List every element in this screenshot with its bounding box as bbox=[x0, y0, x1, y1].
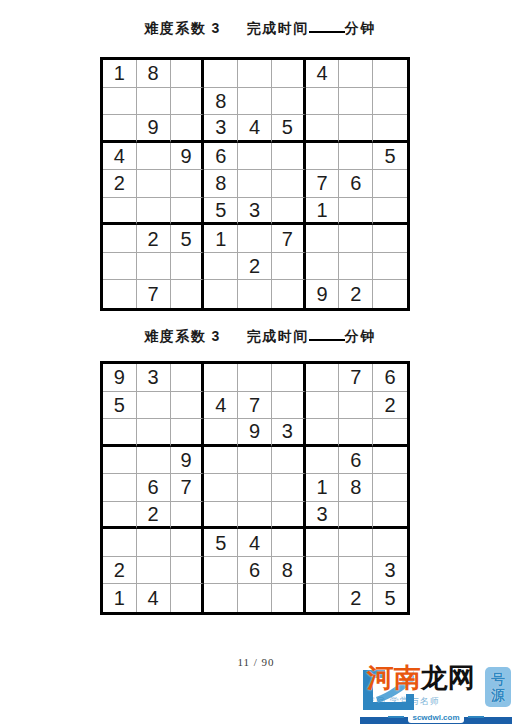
cell-r9c8: 2 bbox=[339, 280, 373, 308]
cell-r3c3 bbox=[171, 419, 205, 447]
cell-r5c5 bbox=[238, 474, 272, 502]
cell-r7c7 bbox=[306, 225, 340, 253]
cell-r3c9 bbox=[373, 419, 407, 447]
time-blank-line bbox=[309, 18, 345, 33]
cell-r9c7: 9 bbox=[306, 280, 340, 308]
cell-r1c6 bbox=[272, 60, 306, 88]
cell-r8c9 bbox=[373, 253, 407, 281]
cell-r2c5 bbox=[238, 88, 272, 116]
cell-r5c6 bbox=[272, 170, 306, 198]
cell-r1c3 bbox=[171, 60, 205, 88]
watermark-domain: scwdwl.com bbox=[408, 712, 463, 723]
cell-r2c6 bbox=[272, 392, 306, 420]
cell-r2c6 bbox=[272, 88, 306, 116]
cell-r4c8 bbox=[339, 143, 373, 171]
cell-r3c4: 3 bbox=[204, 115, 238, 143]
brand-second: 龙网 bbox=[421, 663, 475, 693]
cell-r5c9 bbox=[373, 170, 407, 198]
cell-r3c9 bbox=[373, 115, 407, 143]
cell-r2c2 bbox=[137, 88, 171, 116]
cell-r8c5: 2 bbox=[238, 253, 272, 281]
cell-r6c3 bbox=[171, 502, 205, 530]
cell-r2c5: 7 bbox=[238, 392, 272, 420]
cell-r7c8 bbox=[339, 529, 373, 557]
cell-r4c3: 9 bbox=[171, 143, 205, 171]
cell-r5c7: 7 bbox=[306, 170, 340, 198]
cell-r1c5 bbox=[238, 60, 272, 88]
cell-r1c9 bbox=[373, 60, 407, 88]
cell-r7c4: 5 bbox=[204, 529, 238, 557]
cell-r4c4: 6 bbox=[204, 143, 238, 171]
cell-r6c7: 1 bbox=[306, 198, 340, 226]
cell-r3c2: 9 bbox=[137, 115, 171, 143]
cell-r5c1 bbox=[103, 474, 137, 502]
difficulty-label: 难度系数 3 bbox=[144, 328, 221, 344]
cell-r6c9 bbox=[373, 198, 407, 226]
cell-r8c4 bbox=[204, 253, 238, 281]
cell-r4c1: 4 bbox=[103, 143, 137, 171]
cell-r9c7 bbox=[306, 584, 340, 612]
cell-r5c7: 1 bbox=[306, 474, 340, 502]
cell-r3c8 bbox=[339, 419, 373, 447]
cell-r8c5: 6 bbox=[238, 557, 272, 585]
cell-r3c3 bbox=[171, 115, 205, 143]
cell-r8c2 bbox=[137, 253, 171, 281]
cell-r8c4 bbox=[204, 557, 238, 585]
cell-r3c7 bbox=[306, 115, 340, 143]
cell-r1c8 bbox=[339, 60, 373, 88]
cell-r8c3 bbox=[171, 253, 205, 281]
cell-r6c4 bbox=[204, 502, 238, 530]
cell-r9c9 bbox=[373, 280, 407, 308]
cell-r1c5 bbox=[238, 364, 272, 392]
cell-r2c2 bbox=[137, 392, 171, 420]
cell-r4c5 bbox=[238, 447, 272, 475]
cell-r7c2 bbox=[137, 529, 171, 557]
cell-r3c4 bbox=[204, 419, 238, 447]
site-watermark: 河南龙网 号源 家@ 学堂与名师 scwdwl.com bbox=[360, 655, 512, 724]
cell-r9c8: 2 bbox=[339, 584, 373, 612]
cell-r6c5 bbox=[238, 502, 272, 530]
sudoku-grid-2: 9376547293966718235426831425 bbox=[100, 361, 410, 615]
cell-r7c9 bbox=[373, 225, 407, 253]
cell-r3c1 bbox=[103, 419, 137, 447]
cell-r2c1: 5 bbox=[103, 392, 137, 420]
cell-r1c6 bbox=[272, 364, 306, 392]
cell-r9c6 bbox=[272, 584, 306, 612]
cell-r7c5: 4 bbox=[238, 529, 272, 557]
cell-r7c5 bbox=[238, 225, 272, 253]
cell-r8c7 bbox=[306, 557, 340, 585]
cell-r4c2 bbox=[137, 447, 171, 475]
cell-r7c3: 5 bbox=[171, 225, 205, 253]
cell-r7c1 bbox=[103, 529, 137, 557]
cell-r9c2: 4 bbox=[137, 584, 171, 612]
cell-r9c4 bbox=[204, 584, 238, 612]
cell-r1c8: 7 bbox=[339, 364, 373, 392]
cell-r3c8 bbox=[339, 115, 373, 143]
cell-r5c8: 6 bbox=[339, 170, 373, 198]
cell-r8c8 bbox=[339, 557, 373, 585]
cell-r1c2: 8 bbox=[137, 60, 171, 88]
cell-r4c7 bbox=[306, 143, 340, 171]
cell-r8c6: 8 bbox=[272, 557, 306, 585]
cell-r6c5: 3 bbox=[238, 198, 272, 226]
cell-r7c2: 2 bbox=[137, 225, 171, 253]
cell-r4c4 bbox=[204, 447, 238, 475]
cell-r8c8 bbox=[339, 253, 373, 281]
cell-r5c1: 2 bbox=[103, 170, 137, 198]
difficulty-label: 难度系数 3 bbox=[144, 20, 221, 36]
cell-r4c6 bbox=[272, 143, 306, 171]
cell-r9c1 bbox=[103, 280, 137, 308]
cell-r2c9: 2 bbox=[373, 392, 407, 420]
cell-r2c4: 8 bbox=[204, 88, 238, 116]
watermark-domain-row: scwdwl.com bbox=[360, 711, 512, 723]
cell-r7c6: 7 bbox=[272, 225, 306, 253]
cell-r1c7 bbox=[306, 364, 340, 392]
minutes-label: 分钟 bbox=[345, 20, 376, 36]
cell-r8c3 bbox=[171, 557, 205, 585]
cell-r2c3 bbox=[171, 88, 205, 116]
cell-r4c2 bbox=[137, 143, 171, 171]
cell-r5c9 bbox=[373, 474, 407, 502]
cell-r6c3 bbox=[171, 198, 205, 226]
minutes-label: 分钟 bbox=[345, 328, 376, 344]
cell-r5c3: 7 bbox=[171, 474, 205, 502]
cell-r6c6 bbox=[272, 502, 306, 530]
watermark-brand-text: 河南龙网 bbox=[367, 665, 475, 692]
cell-r1c3 bbox=[171, 364, 205, 392]
cell-r6c1 bbox=[103, 502, 137, 530]
cell-r2c8 bbox=[339, 392, 373, 420]
cell-r7c1 bbox=[103, 225, 137, 253]
brand-first: 河南 bbox=[367, 663, 421, 693]
cell-r7c7 bbox=[306, 529, 340, 557]
puzzle-2-title: 难度系数 3完成时间分钟 bbox=[100, 326, 420, 346]
cell-r6c8 bbox=[339, 198, 373, 226]
cell-r6c7: 3 bbox=[306, 502, 340, 530]
cell-r4c8: 6 bbox=[339, 447, 373, 475]
cell-r7c9 bbox=[373, 529, 407, 557]
cell-r6c1 bbox=[103, 198, 137, 226]
cell-r4c3: 9 bbox=[171, 447, 205, 475]
cell-r1c1: 9 bbox=[103, 364, 137, 392]
cell-r4c5 bbox=[238, 143, 272, 171]
cell-r8c7 bbox=[306, 253, 340, 281]
cell-r4c9 bbox=[373, 447, 407, 475]
cell-r9c3 bbox=[171, 584, 205, 612]
cell-r4c1 bbox=[103, 447, 137, 475]
cell-r2c9 bbox=[373, 88, 407, 116]
cell-r7c3 bbox=[171, 529, 205, 557]
cell-r8c9: 3 bbox=[373, 557, 407, 585]
cell-r3c2 bbox=[137, 419, 171, 447]
cell-r8c1 bbox=[103, 253, 137, 281]
cell-r5c3 bbox=[171, 170, 205, 198]
cell-r4c9: 5 bbox=[373, 143, 407, 171]
cell-r6c4: 5 bbox=[204, 198, 238, 226]
cell-r3c5: 9 bbox=[238, 419, 272, 447]
cell-r1c1: 1 bbox=[103, 60, 137, 88]
cell-r3c5: 4 bbox=[238, 115, 272, 143]
cell-r5c2: 6 bbox=[137, 474, 171, 502]
cell-r6c2: 2 bbox=[137, 502, 171, 530]
cell-r5c2 bbox=[137, 170, 171, 198]
cell-r9c2: 7 bbox=[137, 280, 171, 308]
cell-r8c1: 2 bbox=[103, 557, 137, 585]
cell-r3c7 bbox=[306, 419, 340, 447]
completion-time-label: 完成时间 bbox=[247, 328, 309, 344]
cell-r9c5 bbox=[238, 280, 272, 308]
cell-r9c1: 1 bbox=[103, 584, 137, 612]
cell-r9c4 bbox=[204, 280, 238, 308]
cell-r6c8 bbox=[339, 502, 373, 530]
cell-r9c5 bbox=[238, 584, 272, 612]
cell-r5c6 bbox=[272, 474, 306, 502]
sudoku-book-page: 难度系数 3完成时间分钟 184893454965287653125172792… bbox=[0, 0, 512, 724]
dash-left bbox=[388, 716, 404, 718]
cell-r2c7 bbox=[306, 88, 340, 116]
watermark-slogan: 家@ 学堂与名师 bbox=[366, 695, 506, 708]
cell-r5c5 bbox=[238, 170, 272, 198]
cell-r2c7 bbox=[306, 392, 340, 420]
puzzle-1-title: 难度系数 3完成时间分钟 bbox=[100, 18, 420, 38]
cell-r1c4 bbox=[204, 60, 238, 88]
dash-right bbox=[468, 716, 484, 718]
cell-r2c4: 4 bbox=[204, 392, 238, 420]
cell-r9c3 bbox=[171, 280, 205, 308]
cell-r3c1 bbox=[103, 115, 137, 143]
cell-r2c8 bbox=[339, 88, 373, 116]
cell-r7c6 bbox=[272, 529, 306, 557]
sudoku-grid-1: 184893454965287653125172792 bbox=[100, 57, 410, 311]
cell-r7c4: 1 bbox=[204, 225, 238, 253]
cell-r5c4: 8 bbox=[204, 170, 238, 198]
cell-r1c7: 4 bbox=[306, 60, 340, 88]
cell-r1c2: 3 bbox=[137, 364, 171, 392]
cell-r9c9: 5 bbox=[373, 584, 407, 612]
cell-r2c3 bbox=[171, 392, 205, 420]
completion-time-label: 完成时间 bbox=[247, 20, 309, 36]
cell-r6c9 bbox=[373, 502, 407, 530]
time-blank-line bbox=[309, 326, 345, 341]
cell-r3c6: 5 bbox=[272, 115, 306, 143]
cell-r2c1 bbox=[103, 88, 137, 116]
cell-r1c9: 6 bbox=[373, 364, 407, 392]
cell-r4c6 bbox=[272, 447, 306, 475]
cell-r6c6 bbox=[272, 198, 306, 226]
cell-r9c6 bbox=[272, 280, 306, 308]
cell-r5c8: 8 bbox=[339, 474, 373, 502]
cell-r3c6: 3 bbox=[272, 419, 306, 447]
cell-r8c6 bbox=[272, 253, 306, 281]
cell-r1c4 bbox=[204, 364, 238, 392]
cell-r7c8 bbox=[339, 225, 373, 253]
cell-r4c7 bbox=[306, 447, 340, 475]
cell-r5c4 bbox=[204, 474, 238, 502]
cell-r8c2 bbox=[137, 557, 171, 585]
cell-r6c2 bbox=[137, 198, 171, 226]
